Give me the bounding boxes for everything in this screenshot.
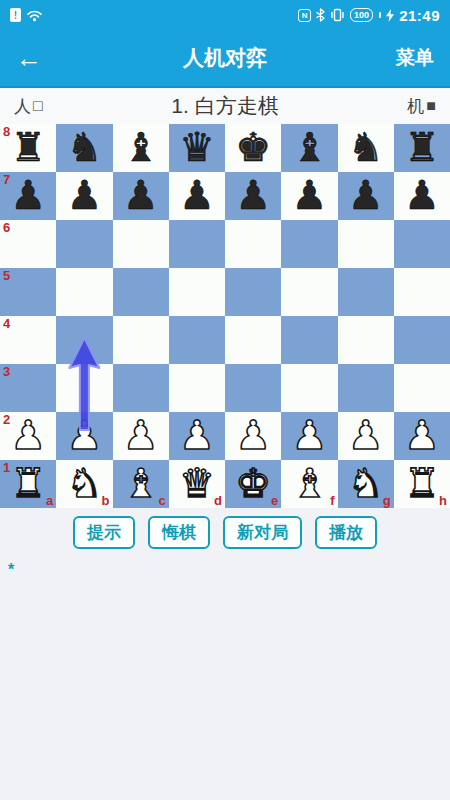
- piece-wp[interactable]: ♟: [291, 415, 327, 455]
- piece-wp[interactable]: ♟: [235, 415, 271, 455]
- file-label-d: d: [214, 493, 222, 508]
- piece-wp[interactable]: ♟: [123, 415, 159, 455]
- square-e8[interactable]: ♚: [225, 124, 281, 172]
- square-b8[interactable]: ♞: [56, 124, 112, 172]
- square-b7[interactable]: ♟: [56, 172, 112, 220]
- piece-bq[interactable]: ♛: [179, 127, 215, 167]
- piece-wp[interactable]: ♟: [10, 415, 46, 455]
- file-label-h: h: [439, 493, 447, 508]
- square-e7[interactable]: ♟: [225, 172, 281, 220]
- move-status-text: 1. 白方走棋: [0, 92, 450, 120]
- square-h6[interactable]: [394, 220, 450, 268]
- rank-label-3: 3: [3, 364, 10, 379]
- square-h1[interactable]: h♜: [394, 460, 450, 508]
- piece-bb[interactable]: ♝: [123, 127, 159, 167]
- square-g4[interactable]: [338, 316, 394, 364]
- rank-label-5: 5: [3, 268, 10, 283]
- square-d5[interactable]: [169, 268, 225, 316]
- menu-button[interactable]: 菜单: [396, 45, 434, 71]
- status-bar: ! N 100 21:49: [0, 0, 450, 30]
- square-f7[interactable]: ♟: [281, 172, 337, 220]
- page-title: 人机对弈: [0, 44, 450, 72]
- piece-bp[interactable]: ♟: [291, 175, 327, 215]
- square-f2[interactable]: ♟: [281, 412, 337, 460]
- square-f8[interactable]: ♝: [281, 124, 337, 172]
- app-bar: ← 人机对弈 菜单: [0, 30, 450, 88]
- clock-time: 21:49: [399, 7, 440, 24]
- square-d1[interactable]: d♛: [169, 460, 225, 508]
- square-f5[interactable]: [281, 268, 337, 316]
- replay-button[interactable]: 播放: [315, 516, 377, 549]
- rank-label-8: 8: [3, 124, 10, 139]
- square-f1[interactable]: f♝: [281, 460, 337, 508]
- piece-bn[interactable]: ♞: [348, 127, 384, 167]
- square-a8[interactable]: 8♜: [0, 124, 56, 172]
- square-d4[interactable]: [169, 316, 225, 364]
- square-h8[interactable]: ♜: [394, 124, 450, 172]
- square-c6[interactable]: [113, 220, 169, 268]
- bluetooth-icon: [316, 8, 325, 22]
- piece-wn[interactable]: ♞: [66, 463, 102, 503]
- square-d2[interactable]: ♟: [169, 412, 225, 460]
- piece-wb[interactable]: ♝: [123, 463, 159, 503]
- square-b5[interactable]: [56, 268, 112, 316]
- square-g5[interactable]: [338, 268, 394, 316]
- piece-bp[interactable]: ♟: [123, 175, 159, 215]
- nfc-icon: N: [298, 9, 311, 22]
- piece-wn[interactable]: ♞: [348, 463, 384, 503]
- square-e4[interactable]: [225, 316, 281, 364]
- square-h3[interactable]: [394, 364, 450, 412]
- square-e1[interactable]: e♚: [225, 460, 281, 508]
- square-d7[interactable]: ♟: [169, 172, 225, 220]
- piece-wk[interactable]: ♚: [235, 463, 271, 503]
- square-d6[interactable]: [169, 220, 225, 268]
- square-c1[interactable]: c♝: [113, 460, 169, 508]
- piece-wp[interactable]: ♟: [404, 415, 440, 455]
- square-a2[interactable]: 2♟: [0, 412, 56, 460]
- square-e3[interactable]: [225, 364, 281, 412]
- file-label-f: f: [330, 493, 334, 508]
- piece-bp[interactable]: ♟: [404, 175, 440, 215]
- square-c8[interactable]: ♝: [113, 124, 169, 172]
- square-a1[interactable]: 1a♜: [0, 460, 56, 508]
- piece-wp[interactable]: ♟: [348, 415, 384, 455]
- piece-bp[interactable]: ♟: [235, 175, 271, 215]
- piece-br[interactable]: ♜: [10, 127, 46, 167]
- piece-bp[interactable]: ♟: [348, 175, 384, 215]
- control-button-row: 提示 悔棋 新对局 播放: [0, 516, 450, 549]
- square-h5[interactable]: [394, 268, 450, 316]
- square-b2[interactable]: ♟: [56, 412, 112, 460]
- piece-wr[interactable]: ♜: [10, 463, 46, 503]
- square-b1[interactable]: b♞: [56, 460, 112, 508]
- piece-wb[interactable]: ♝: [291, 463, 327, 503]
- chess-board[interactable]: 8♜♞♝♛♚♝♞♜7♟♟♟♟♟♟♟♟65432♟♟♟♟♟♟♟♟1a♜b♞c♝d♛…: [0, 124, 450, 508]
- battery-icon: 100: [350, 8, 373, 22]
- rank-label-1: 1: [3, 460, 10, 475]
- hint-button[interactable]: 提示: [73, 516, 135, 549]
- square-d8[interactable]: ♛: [169, 124, 225, 172]
- white-square-icon: □: [33, 98, 43, 114]
- piece-bn[interactable]: ♞: [66, 127, 102, 167]
- square-g8[interactable]: ♞: [338, 124, 394, 172]
- square-g6[interactable]: [338, 220, 394, 268]
- piece-bp[interactable]: ♟: [66, 175, 102, 215]
- square-h4[interactable]: [394, 316, 450, 364]
- black-square-icon: ■: [426, 98, 436, 114]
- machine-side-tag: 机 ■: [407, 95, 436, 118]
- undo-move-button[interactable]: 悔棋: [148, 516, 210, 549]
- piece-bp[interactable]: ♟: [10, 175, 46, 215]
- charging-icon: [386, 9, 394, 22]
- square-d3[interactable]: [169, 364, 225, 412]
- piece-bb[interactable]: ♝: [291, 127, 327, 167]
- square-a6[interactable]: 6: [0, 220, 56, 268]
- square-b3[interactable]: [56, 364, 112, 412]
- square-g3[interactable]: [338, 364, 394, 412]
- square-g2[interactable]: ♟: [338, 412, 394, 460]
- square-b4[interactable]: [56, 316, 112, 364]
- new-game-button[interactable]: 新对局: [223, 516, 302, 549]
- rank-label-6: 6: [3, 220, 10, 235]
- piece-wp[interactable]: ♟: [179, 415, 215, 455]
- square-h2[interactable]: ♟: [394, 412, 450, 460]
- square-g7[interactable]: ♟: [338, 172, 394, 220]
- square-a4[interactable]: 4: [0, 316, 56, 364]
- square-f3[interactable]: [281, 364, 337, 412]
- info-bar: 人 □ 1. 白方走棋 机 ■: [0, 88, 450, 124]
- square-b6[interactable]: [56, 220, 112, 268]
- file-label-a: a: [46, 493, 53, 508]
- piece-bp[interactable]: ♟: [179, 175, 215, 215]
- file-label-b: b: [102, 493, 110, 508]
- piece-wq[interactable]: ♛: [179, 463, 215, 503]
- wifi-icon: [26, 9, 43, 22]
- square-c4[interactable]: [113, 316, 169, 364]
- rank-label-4: 4: [3, 316, 10, 331]
- square-a5[interactable]: 5: [0, 268, 56, 316]
- file-label-e: e: [271, 493, 278, 508]
- square-c5[interactable]: [113, 268, 169, 316]
- sim-alert-icon: !: [10, 8, 21, 22]
- square-c2[interactable]: ♟: [113, 412, 169, 460]
- square-g1[interactable]: g♞: [338, 460, 394, 508]
- vibrate-icon: [330, 8, 345, 22]
- piece-bk[interactable]: ♚: [235, 127, 271, 167]
- square-f6[interactable]: [281, 220, 337, 268]
- square-e5[interactable]: [225, 268, 281, 316]
- piece-br[interactable]: ♜: [404, 127, 440, 167]
- square-e2[interactable]: ♟: [225, 412, 281, 460]
- piece-wr[interactable]: ♜: [404, 463, 440, 503]
- rank-label-7: 7: [3, 172, 10, 187]
- machine-label: 机: [407, 95, 424, 118]
- square-c7[interactable]: ♟: [113, 172, 169, 220]
- square-e6[interactable]: [225, 220, 281, 268]
- square-a3[interactable]: 3: [0, 364, 56, 412]
- human-label: 人: [14, 95, 31, 118]
- square-h7[interactable]: ♟: [394, 172, 450, 220]
- piece-wp[interactable]: ♟: [66, 415, 102, 455]
- square-f4[interactable]: [281, 316, 337, 364]
- rank-label-2: 2: [3, 412, 10, 427]
- file-label-g: g: [383, 493, 391, 508]
- square-c3[interactable]: [113, 364, 169, 412]
- footnote-asterisk: *: [8, 561, 450, 579]
- file-label-c: c: [159, 493, 166, 508]
- battery-nub: [379, 12, 381, 18]
- human-side-tag: 人 □: [14, 95, 43, 118]
- square-a7[interactable]: 7♟: [0, 172, 56, 220]
